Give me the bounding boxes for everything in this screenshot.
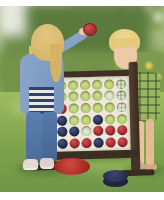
- boy-hair-fringe: [112, 38, 138, 48]
- navy-disc: [57, 127, 67, 137]
- cell-r4c7[interactable]: [116, 113, 128, 125]
- cell-r6c4[interactable]: [80, 137, 92, 149]
- empty-hole: [105, 102, 115, 112]
- navy-disc: [94, 138, 104, 148]
- empty-hole: [69, 103, 79, 113]
- red-disc: [105, 137, 115, 147]
- empty-hole: [80, 80, 90, 90]
- empty-hole: [93, 103, 103, 113]
- cell-r2c4[interactable]: [79, 91, 91, 103]
- girl-jeans: [42, 112, 57, 161]
- girl-shoe: [40, 158, 54, 167]
- cell-r3c5[interactable]: [92, 102, 104, 114]
- cell-r5c3[interactable]: [68, 126, 80, 138]
- empty-hole: [116, 90, 126, 100]
- red-disc: [70, 138, 80, 148]
- navy-disc: [69, 127, 79, 137]
- cell-r2c6[interactable]: [103, 90, 115, 102]
- cell-r6c2[interactable]: [56, 138, 68, 150]
- red-disc: [117, 137, 127, 147]
- cell-r2c3[interactable]: [67, 91, 79, 103]
- cell-r3c4[interactable]: [80, 102, 92, 114]
- red-disc-in-hand: [83, 23, 97, 36]
- empty-hole: [68, 80, 78, 90]
- cell-r4c6[interactable]: [104, 113, 116, 125]
- cell-r4c4[interactable]: [80, 114, 92, 126]
- red-disc: [93, 126, 103, 136]
- cell-r6c7[interactable]: [116, 136, 128, 148]
- cell-r6c6[interactable]: [104, 137, 116, 149]
- cell-r2c5[interactable]: [91, 90, 103, 102]
- cell-r1c5[interactable]: [91, 79, 103, 91]
- empty-hole: [81, 126, 91, 136]
- red-disc: [82, 138, 92, 148]
- cell-r3c6[interactable]: [104, 102, 116, 114]
- empty-hole: [81, 115, 91, 125]
- empty-hole: [104, 79, 114, 89]
- cell-r6c3[interactable]: [68, 138, 80, 150]
- girl-hair-side: [50, 44, 62, 82]
- cell-r2c7[interactable]: [115, 90, 127, 102]
- girl-jeans: [26, 112, 42, 162]
- empty-hole: [80, 91, 90, 101]
- navy-disc-on-grass: [103, 170, 128, 182]
- cell-r1c6[interactable]: [103, 78, 115, 90]
- empty-hole: [104, 91, 114, 101]
- empty-hole: [105, 114, 115, 124]
- photo-margin-bottom: [0, 192, 164, 200]
- cell-r6c5[interactable]: [92, 137, 104, 149]
- cell-r5c2[interactable]: [56, 126, 68, 138]
- navy-disc: [93, 114, 103, 124]
- cell-r1c3[interactable]: [67, 79, 79, 91]
- empty-hole: [92, 91, 102, 101]
- empty-hole: [117, 102, 127, 112]
- cell-r3c7[interactable]: [116, 101, 128, 113]
- empty-hole: [117, 114, 127, 124]
- cell-r4c2[interactable]: [56, 115, 68, 127]
- empty-hole: [81, 103, 91, 113]
- navy-disc: [57, 115, 67, 125]
- cell-r1c4[interactable]: [79, 79, 91, 91]
- boy-leg: [146, 119, 154, 166]
- cell-r1c7[interactable]: [115, 78, 127, 90]
- cell-r4c3[interactable]: [68, 114, 80, 126]
- red-disc: [117, 125, 127, 135]
- girl-striped-shirt: [29, 87, 54, 114]
- empty-hole: [69, 115, 79, 125]
- girl-shoe: [23, 159, 38, 168]
- empty-hole: [92, 79, 102, 89]
- cell-r5c4[interactable]: [80, 126, 92, 138]
- cell-r5c6[interactable]: [104, 125, 116, 137]
- empty-hole: [116, 79, 126, 89]
- product-photo: [0, 0, 164, 200]
- cell-r3c3[interactable]: [68, 103, 80, 115]
- cell-r5c7[interactable]: [116, 125, 128, 137]
- red-disc: [105, 126, 115, 136]
- cell-r4c5[interactable]: [92, 114, 104, 126]
- photo-margin-top: [0, 0, 164, 6]
- cell-r5c5[interactable]: [92, 125, 104, 137]
- empty-hole: [68, 92, 78, 102]
- red-disc-on-grass: [54, 158, 90, 175]
- navy-disc: [58, 139, 68, 149]
